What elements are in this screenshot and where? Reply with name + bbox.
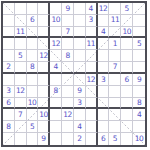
cell-r2c2[interactable] [27,27,39,39]
cell-r6c2[interactable] [27,74,39,86]
cell-r11c3[interactable]: 9 [38,133,50,145]
cell-r5c0[interactable]: 2 [3,62,15,74]
cell-r6c7[interactable]: 12 [86,74,98,86]
cell-r3c9[interactable]: 1 [109,38,121,50]
cell-r3c5[interactable] [62,38,74,50]
cell-r3c1[interactable] [15,38,27,50]
cell-r2c3[interactable] [38,27,50,39]
cell-r0c0[interactable] [3,3,15,15]
sudoku-board: 9412561031111741012111551282847123693128… [1,1,147,147]
cell-r5c4[interactable]: 4 [50,62,62,74]
cell-r3c4[interactable]: 12 [50,38,62,50]
cell-r2c1[interactable]: 11 [15,27,27,39]
cell-r11c1[interactable] [15,133,27,145]
cell-r5c3[interactable] [38,62,50,74]
cell-r6c0[interactable] [3,74,15,86]
cell-r8c7[interactable] [86,98,98,110]
cell-r0c11[interactable] [133,3,145,15]
cell-r10c11[interactable] [133,121,145,133]
cell-r2c0[interactable] [3,27,15,39]
cell-r4c0[interactable] [3,50,15,62]
cell-r4c10[interactable] [121,50,133,62]
cell-r8c4[interactable] [50,98,62,110]
cell-r9c5[interactable]: 12 [62,109,74,121]
cell-r7c11[interactable] [133,86,145,98]
cell-r10c7[interactable] [86,121,98,133]
cell-r0c1[interactable] [15,3,27,15]
cell-r0c8[interactable]: 12 [98,3,110,15]
cell-r7c10[interactable] [121,86,133,98]
cell-r0c3[interactable] [38,3,50,15]
cell-r8c3[interactable] [38,98,50,110]
cell-r9c3[interactable]: 10 [38,109,50,121]
cell-r8c5[interactable] [62,98,74,110]
cell-r8c11[interactable]: 8 [133,98,145,110]
cell-r11c0[interactable] [3,133,15,145]
cell-r0c6[interactable] [74,3,86,15]
cell-r8c8[interactable] [98,98,110,110]
cell-r7c8[interactable] [98,86,110,98]
cell-r4c11[interactable] [133,50,145,62]
cell-r3c6[interactable] [74,38,86,50]
cell-r0c2[interactable] [27,3,39,15]
cell-r7c5[interactable] [62,86,74,98]
cell-r0c7[interactable]: 4 [86,3,98,15]
cell-r11c5[interactable] [62,133,74,145]
cell-r4c4[interactable] [50,50,62,62]
cell-r4c5[interactable]: 8 [62,50,74,62]
cell-r5c11[interactable] [133,62,145,74]
cell-r11c4[interactable] [50,133,62,145]
cell-r9c10[interactable] [121,109,133,121]
cell-r1c7[interactable]: 3 [86,15,98,27]
cell-r4c2[interactable] [27,50,39,62]
cell-r11c7[interactable] [86,133,98,145]
cell-r8c1[interactable] [15,98,27,110]
cell-r11c6[interactable]: 2 [74,133,86,145]
cell-r8c0[interactable]: 6 [3,98,15,110]
cell-r6c9[interactable] [109,74,121,86]
cell-r6c3[interactable] [38,74,50,86]
cell-r9c7[interactable] [86,109,98,121]
cell-r7c0[interactable]: 3 [3,86,15,98]
cell-r9c2[interactable] [27,109,39,121]
cell-r11c11[interactable]: 10 [133,133,145,145]
cell-r10c10[interactable] [121,121,133,133]
cell-r6c6[interactable] [74,74,86,86]
cell-r6c8[interactable]: 3 [98,74,110,86]
cell-r6c1[interactable] [15,74,27,86]
cell-r6c10[interactable]: 6 [121,74,133,86]
cell-r7c1[interactable]: 12 [15,86,27,98]
cell-r3c10[interactable] [121,38,133,50]
cell-r2c8[interactable]: 4 [98,27,110,39]
cell-r9c9[interactable] [109,109,121,121]
cell-r1c0[interactable] [3,15,15,27]
cell-r10c4[interactable] [50,121,62,133]
cell-r1c10[interactable] [121,15,133,27]
cell-r3c7[interactable]: 11 [86,38,98,50]
cell-r7c3[interactable] [38,86,50,98]
cell-r3c2[interactable] [27,38,39,50]
cell-r9c6[interactable] [74,109,86,121]
cell-r2c10[interactable]: 10 [121,27,133,39]
cell-r5c1[interactable] [15,62,27,74]
cell-r10c8[interactable] [98,121,110,133]
cell-r5c7[interactable] [86,62,98,74]
cell-r8c9[interactable] [109,98,121,110]
cell-r10c0[interactable]: 8 [3,121,15,133]
cell-r5c6[interactable] [74,62,86,74]
cell-r9c4[interactable] [50,109,62,121]
cell-r9c8[interactable] [98,109,110,121]
cell-r11c8[interactable]: 6 [98,133,110,145]
cell-r6c5[interactable] [62,74,74,86]
cell-r3c11[interactable]: 5 [133,38,145,50]
cell-r1c5[interactable] [62,15,74,27]
cell-r0c9[interactable] [109,3,121,15]
cell-r5c10[interactable] [121,62,133,74]
cell-r3c3[interactable] [38,38,50,50]
cell-r1c11[interactable] [133,15,145,27]
cell-r4c7[interactable] [86,50,98,62]
cell-r5c2[interactable]: 8 [27,62,39,74]
cell-r0c4[interactable] [50,3,62,15]
cell-r2c5[interactable]: 7 [62,27,74,39]
cell-r10c3[interactable] [38,121,50,133]
cell-r4c3[interactable]: 12 [38,50,50,62]
cell-r11c10[interactable] [121,133,133,145]
cell-r10c9[interactable] [109,121,121,133]
cell-r10c5[interactable] [62,121,74,133]
cell-r0c10[interactable]: 5 [121,3,133,15]
cell-r1c4[interactable]: 10 [50,15,62,27]
cell-r1c3[interactable] [38,15,50,27]
cell-r3c8[interactable] [98,38,110,50]
cell-r2c6[interactable] [74,27,86,39]
cell-r10c1[interactable] [15,121,27,133]
cell-r7c2[interactable] [27,86,39,98]
cell-r5c5[interactable] [62,62,74,74]
cell-r4c6[interactable] [74,50,86,62]
cell-r4c1[interactable]: 5 [15,50,27,62]
cell-r3c0[interactable] [3,38,15,50]
cell-r7c4[interactable]: 8 [50,86,62,98]
cell-r9c1[interactable]: 7 [15,109,27,121]
cell-r4c8[interactable] [98,50,110,62]
cell-r6c4[interactable] [50,74,62,86]
cell-r8c6[interactable]: 3 [74,98,86,110]
cell-r11c9[interactable]: 5 [109,133,121,145]
cell-r1c1[interactable] [15,15,27,27]
cell-r6c11[interactable]: 9 [133,74,145,86]
cell-r1c8[interactable] [98,15,110,27]
cell-r4c9[interactable] [109,50,121,62]
cell-r11c2[interactable] [27,133,39,145]
cell-r1c6[interactable] [74,15,86,27]
cell-r1c9[interactable]: 11 [109,15,121,27]
cell-r10c2[interactable]: 5 [27,121,39,133]
cell-r2c9[interactable] [109,27,121,39]
cell-r2c11[interactable] [133,27,145,39]
cell-r2c7[interactable] [86,27,98,39]
cell-r9c0[interactable] [3,109,15,121]
cell-r8c2[interactable]: 10 [27,98,39,110]
cell-r7c7[interactable] [86,86,98,98]
cell-r9c11[interactable]: 4 [133,109,145,121]
cell-r1c2[interactable]: 6 [27,15,39,27]
cell-r5c8[interactable] [98,62,110,74]
cell-r2c4[interactable] [50,27,62,39]
cell-r10c6[interactable]: 4 [74,121,86,133]
cell-r7c6[interactable]: 9 [74,86,86,98]
cell-r5c9[interactable]: 7 [109,62,121,74]
cell-r0c5[interactable]: 9 [62,3,74,15]
cell-r8c10[interactable] [121,98,133,110]
cell-r7c9[interactable] [109,86,121,98]
